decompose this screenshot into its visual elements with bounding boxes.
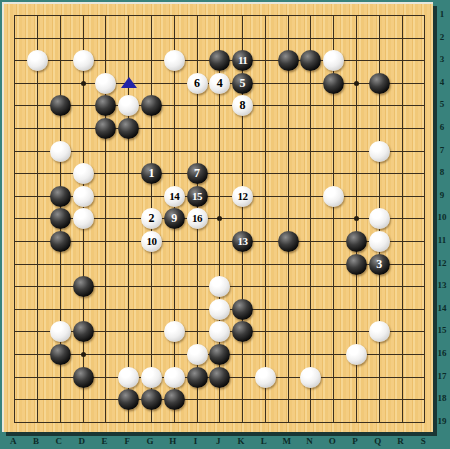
stone-black	[164, 389, 185, 410]
stone-white	[369, 231, 390, 252]
star-point	[81, 81, 86, 86]
stone-black	[50, 344, 71, 365]
stone-black-numbered: 11	[232, 50, 253, 71]
stone-black	[141, 95, 162, 116]
stone-black-numbered: 9	[164, 208, 185, 229]
stone-white-numbered: 4	[209, 73, 230, 94]
row-label: 16	[435, 348, 449, 359]
stone-black-numbered: 7	[187, 163, 208, 184]
stone-black	[50, 186, 71, 207]
grid-line-horizontal	[14, 399, 425, 400]
stone-black	[141, 389, 162, 410]
stone-white	[187, 344, 208, 365]
column-label: F	[118, 436, 136, 447]
column-label: G	[141, 436, 159, 447]
column-label: I	[187, 436, 205, 447]
column-label: K	[232, 436, 250, 447]
column-label: A	[4, 436, 22, 447]
stone-white	[369, 208, 390, 229]
stone-white	[164, 321, 185, 342]
row-label: 6	[435, 122, 449, 133]
stone-white	[300, 367, 321, 388]
stone-black-numbered: 1	[141, 163, 162, 184]
stone-black	[50, 231, 71, 252]
stone-white-numbered: 6	[187, 73, 208, 94]
stone-white	[50, 141, 71, 162]
stone-white	[369, 141, 390, 162]
stone-white-numbered: 14	[164, 186, 185, 207]
grid-line-vertical	[288, 15, 289, 423]
stone-white	[27, 50, 48, 71]
column-label: N	[300, 436, 318, 447]
stone-black-numbered: 15	[187, 186, 208, 207]
stone-black	[369, 73, 390, 94]
stone-black-numbered: 13	[232, 231, 253, 252]
stone-black	[209, 344, 230, 365]
column-label: L	[255, 436, 273, 447]
stone-black	[346, 231, 367, 252]
row-label: 15	[435, 325, 449, 336]
grid-line-vertical	[402, 15, 403, 423]
stone-white	[73, 163, 94, 184]
stone-white	[346, 344, 367, 365]
column-label: P	[346, 436, 364, 447]
stone-white	[209, 276, 230, 297]
stone-black	[50, 95, 71, 116]
row-label: 2	[435, 32, 449, 43]
go-board[interactable]: 11645817141512291610133	[2, 2, 433, 432]
stone-white	[209, 299, 230, 320]
stone-black	[346, 254, 367, 275]
stone-white	[164, 50, 185, 71]
stone-black	[95, 95, 116, 116]
stone-white	[95, 73, 116, 94]
grid-line-vertical	[265, 15, 266, 423]
stone-black	[73, 367, 94, 388]
stone-black	[50, 208, 71, 229]
row-label: 8	[435, 167, 449, 178]
column-label: R	[392, 436, 410, 447]
star-point	[354, 81, 359, 86]
column-label: E	[95, 436, 113, 447]
stone-black	[278, 50, 299, 71]
stone-white	[323, 186, 344, 207]
stone-black-numbered: 3	[369, 254, 390, 275]
stone-white	[118, 95, 139, 116]
stone-black	[232, 321, 253, 342]
star-point	[354, 216, 359, 221]
column-label: O	[323, 436, 341, 447]
stone-black	[209, 50, 230, 71]
row-label: 19	[435, 416, 449, 427]
stone-black	[73, 276, 94, 297]
column-label: S	[414, 436, 432, 447]
row-label: 9	[435, 190, 449, 201]
stone-black	[187, 367, 208, 388]
stone-white-numbered: 2	[141, 208, 162, 229]
stone-black	[95, 118, 116, 139]
row-label: 5	[435, 99, 449, 110]
stone-white	[50, 321, 71, 342]
column-label: H	[164, 436, 182, 447]
grid-line-vertical	[424, 15, 425, 423]
grid-line-vertical	[310, 15, 311, 423]
column-label: B	[27, 436, 45, 447]
grid-line-horizontal	[14, 422, 425, 423]
stone-black	[278, 231, 299, 252]
column-label: M	[278, 436, 296, 447]
row-label: 17	[435, 371, 449, 382]
column-label: J	[209, 436, 227, 447]
stone-black	[118, 389, 139, 410]
stone-white	[164, 367, 185, 388]
row-label: 1	[435, 9, 449, 20]
triangle-marker	[121, 77, 137, 88]
stone-black	[300, 50, 321, 71]
stone-white	[255, 367, 276, 388]
star-point	[81, 352, 86, 357]
stone-white-numbered: 10	[141, 231, 162, 252]
row-label: 4	[435, 77, 449, 88]
stone-black	[209, 367, 230, 388]
stone-white-numbered: 8	[232, 95, 253, 116]
stone-white	[73, 186, 94, 207]
app-background: 11645817141512291610133 ABCDEFGHIJKLMNOP…	[0, 0, 450, 449]
row-label: 7	[435, 145, 449, 156]
stone-black	[73, 321, 94, 342]
stone-white	[141, 367, 162, 388]
stone-white	[323, 50, 344, 71]
row-label: 11	[435, 235, 449, 246]
stone-white	[118, 367, 139, 388]
row-label: 13	[435, 280, 449, 291]
stone-black-numbered: 5	[232, 73, 253, 94]
stone-black	[232, 299, 253, 320]
star-point	[217, 216, 222, 221]
column-label: D	[73, 436, 91, 447]
stone-white	[369, 321, 390, 342]
stone-black	[323, 73, 344, 94]
stone-white	[73, 50, 94, 71]
row-label: 3	[435, 54, 449, 65]
stone-white-numbered: 12	[232, 186, 253, 207]
stone-white-numbered: 16	[187, 208, 208, 229]
row-label: 18	[435, 393, 449, 404]
stone-black	[118, 118, 139, 139]
row-label: 10	[435, 212, 449, 223]
row-label: 12	[435, 258, 449, 269]
column-label: Q	[369, 436, 387, 447]
stone-white	[209, 321, 230, 342]
row-label: 14	[435, 303, 449, 314]
stone-white	[73, 208, 94, 229]
column-label: C	[50, 436, 68, 447]
